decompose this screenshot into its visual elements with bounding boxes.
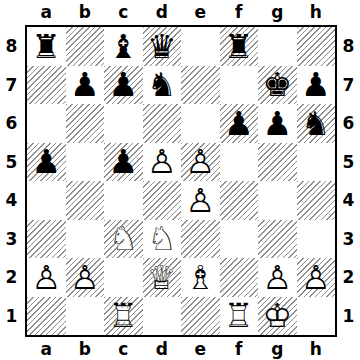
file-label-f-bottom: f xyxy=(220,338,259,359)
square-g4[interactable] xyxy=(258,181,297,220)
square-a8[interactable]: ♜ xyxy=(27,27,66,66)
square-b5[interactable] xyxy=(66,143,105,182)
rank-label-2-right: 2 xyxy=(338,258,359,297)
file-label-h-top: h xyxy=(297,1,336,22)
white-rook: ♖ xyxy=(104,297,143,336)
square-b2[interactable]: ♟♙ xyxy=(66,258,105,297)
white-pawn-fill: ♟ xyxy=(143,143,182,182)
square-b3[interactable] xyxy=(66,220,105,259)
rank-label-5-left: 5 xyxy=(1,143,22,182)
rank-label-1-right: 1 xyxy=(338,297,359,336)
file-label-c-top: c xyxy=(104,1,143,22)
white-knight: ♘ xyxy=(143,220,182,259)
black-knight: ♞ xyxy=(143,66,182,105)
rank-label-5-right: 5 xyxy=(338,143,359,182)
square-g8[interactable] xyxy=(258,27,297,66)
square-b7[interactable]: ♟ xyxy=(66,66,105,105)
square-d3[interactable]: ♞♘ xyxy=(143,220,182,259)
white-pawn-fill: ♟ xyxy=(27,258,66,297)
white-pawn-fill: ♟ xyxy=(297,258,336,297)
black-pawn: ♟ xyxy=(297,66,336,105)
square-d5[interactable]: ♟♙ xyxy=(143,143,182,182)
square-e6[interactable] xyxy=(181,104,220,143)
square-d6[interactable] xyxy=(143,104,182,143)
black-pawn: ♟ xyxy=(27,143,66,182)
square-d2[interactable]: ♛♕ xyxy=(143,258,182,297)
rank-label-8-left: 8 xyxy=(1,27,22,66)
rank-label-1-left: 1 xyxy=(1,297,22,336)
white-pawn-fill: ♟ xyxy=(66,258,105,297)
square-c4[interactable] xyxy=(104,181,143,220)
white-knight-fill: ♞ xyxy=(104,220,143,259)
square-b4[interactable] xyxy=(66,181,105,220)
square-g6[interactable]: ♟ xyxy=(258,104,297,143)
square-e3[interactable] xyxy=(181,220,220,259)
white-knight-fill: ♞ xyxy=(143,220,182,259)
square-a3[interactable] xyxy=(27,220,66,259)
square-h4[interactable] xyxy=(297,181,336,220)
white-pawn: ♙ xyxy=(297,258,336,297)
square-g5[interactable] xyxy=(258,143,297,182)
rank-label-6-left: 6 xyxy=(1,104,22,143)
square-f5[interactable] xyxy=(220,143,259,182)
rank-label-4-left: 4 xyxy=(1,181,22,220)
square-d1[interactable] xyxy=(143,297,182,336)
file-label-a-top: a xyxy=(27,1,66,22)
square-h1[interactable] xyxy=(297,297,336,336)
file-label-f-top: f xyxy=(220,1,259,22)
square-c1[interactable]: ♜♖ xyxy=(104,297,143,336)
square-h2[interactable]: ♟♙ xyxy=(297,258,336,297)
square-f4[interactable] xyxy=(220,181,259,220)
white-pawn: ♙ xyxy=(66,258,105,297)
file-label-g-bottom: g xyxy=(258,338,297,359)
rank-label-3-left: 3 xyxy=(1,220,22,259)
square-a2[interactable]: ♟♙ xyxy=(27,258,66,297)
black-pawn: ♟ xyxy=(258,104,297,143)
chess-board: ♜♝♛♜♟♟♞♚♟♟♟♞♟♟♟♙♟♙♟♙♞♘♞♘♟♙♟♙♛♕♝♗♟♙♟♙♜♖♜♖… xyxy=(25,25,337,337)
file-label-e-bottom: e xyxy=(181,338,220,359)
square-a7[interactable] xyxy=(27,66,66,105)
file-label-a-bottom: a xyxy=(27,338,66,359)
rank-label-8-right: 8 xyxy=(338,27,359,66)
white-pawn: ♙ xyxy=(181,181,220,220)
square-e8[interactable] xyxy=(181,27,220,66)
square-b6[interactable] xyxy=(66,104,105,143)
square-c6[interactable] xyxy=(104,104,143,143)
rank-label-7-left: 7 xyxy=(1,66,22,105)
square-c2[interactable] xyxy=(104,258,143,297)
white-queen-fill: ♛ xyxy=(143,258,182,297)
square-f3[interactable] xyxy=(220,220,259,259)
square-h7[interactable]: ♟ xyxy=(297,66,336,105)
file-label-d-bottom: d xyxy=(143,338,182,359)
square-b8[interactable] xyxy=(66,27,105,66)
white-bishop: ♗ xyxy=(181,258,220,297)
square-h6[interactable]: ♞ xyxy=(297,104,336,143)
file-label-g-top: g xyxy=(258,1,297,22)
square-d4[interactable] xyxy=(143,181,182,220)
white-pawn-fill: ♟ xyxy=(258,258,297,297)
square-h5[interactable] xyxy=(297,143,336,182)
square-c3[interactable]: ♞♘ xyxy=(104,220,143,259)
white-rook-fill: ♜ xyxy=(220,297,259,336)
white-knight: ♘ xyxy=(104,220,143,259)
square-f8[interactable]: ♜ xyxy=(220,27,259,66)
black-knight: ♞ xyxy=(297,104,336,143)
white-bishop-fill: ♝ xyxy=(181,258,220,297)
square-e7[interactable] xyxy=(181,66,220,105)
square-g1[interactable]: ♚♔ xyxy=(258,297,297,336)
chess-diagram: ♜♝♛♜♟♟♞♚♟♟♟♞♟♟♟♙♟♙♟♙♞♘♞♘♟♙♟♙♛♕♝♗♟♙♟♙♜♖♜♖… xyxy=(0,0,360,360)
file-label-c-bottom: c xyxy=(104,338,143,359)
black-pawn: ♟ xyxy=(104,66,143,105)
square-c8[interactable]: ♝ xyxy=(104,27,143,66)
white-pawn-fill: ♟ xyxy=(181,143,220,182)
square-e4[interactable]: ♟♙ xyxy=(181,181,220,220)
white-pawn: ♙ xyxy=(181,143,220,182)
black-pawn: ♟ xyxy=(220,104,259,143)
rank-label-2-left: 2 xyxy=(1,258,22,297)
square-d8[interactable]: ♛ xyxy=(143,27,182,66)
file-label-b-bottom: b xyxy=(66,338,105,359)
white-king-fill: ♚ xyxy=(258,297,297,336)
square-h3[interactable] xyxy=(297,220,336,259)
square-f6[interactable]: ♟ xyxy=(220,104,259,143)
square-f7[interactable] xyxy=(220,66,259,105)
white-rook-fill: ♜ xyxy=(104,297,143,336)
white-rook: ♖ xyxy=(220,297,259,336)
square-e1[interactable] xyxy=(181,297,220,336)
square-a6[interactable] xyxy=(27,104,66,143)
black-king: ♚ xyxy=(258,66,297,105)
square-b1[interactable] xyxy=(66,297,105,336)
rank-label-3-right: 3 xyxy=(338,220,359,259)
rank-label-7-right: 7 xyxy=(338,66,359,105)
black-rook: ♜ xyxy=(27,27,66,66)
rank-label-6-right: 6 xyxy=(338,104,359,143)
white-queen: ♕ xyxy=(143,258,182,297)
black-pawn: ♟ xyxy=(66,66,105,105)
square-e2[interactable]: ♝♗ xyxy=(181,258,220,297)
square-a4[interactable] xyxy=(27,181,66,220)
square-e5[interactable]: ♟♙ xyxy=(181,143,220,182)
square-a1[interactable] xyxy=(27,297,66,336)
rank-label-4-right: 4 xyxy=(338,181,359,220)
black-rook: ♜ xyxy=(220,27,259,66)
square-g2[interactable]: ♟♙ xyxy=(258,258,297,297)
file-label-e-top: e xyxy=(181,1,220,22)
square-c7[interactable]: ♟ xyxy=(104,66,143,105)
square-g7[interactable]: ♚ xyxy=(258,66,297,105)
black-bishop: ♝ xyxy=(104,27,143,66)
white-pawn: ♙ xyxy=(258,258,297,297)
square-f1[interactable]: ♜♖ xyxy=(220,297,259,336)
file-label-h-bottom: h xyxy=(297,338,336,359)
square-g3[interactable] xyxy=(258,220,297,259)
square-a5[interactable]: ♟ xyxy=(27,143,66,182)
square-f2[interactable] xyxy=(220,258,259,297)
file-label-b-top: b xyxy=(66,1,105,22)
black-pawn: ♟ xyxy=(104,143,143,182)
square-c5[interactable]: ♟ xyxy=(104,143,143,182)
square-h8[interactable] xyxy=(297,27,336,66)
white-pawn: ♙ xyxy=(27,258,66,297)
square-d7[interactable]: ♞ xyxy=(143,66,182,105)
white-pawn-fill: ♟ xyxy=(181,181,220,220)
black-queen: ♛ xyxy=(143,27,182,66)
white-king: ♔ xyxy=(258,297,297,336)
white-pawn: ♙ xyxy=(143,143,182,182)
file-label-d-top: d xyxy=(143,1,182,22)
